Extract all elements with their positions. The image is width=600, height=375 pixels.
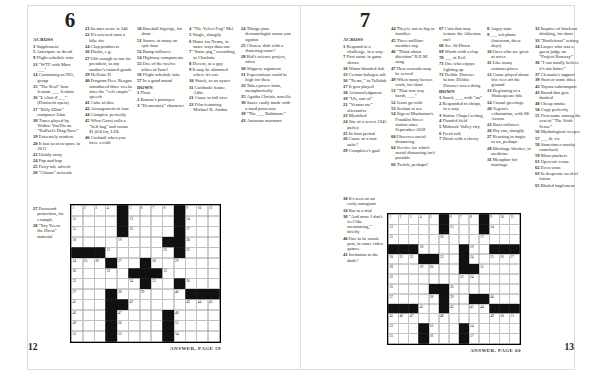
cell-number: 17 [186,227,190,231]
cell-number: 38 [118,290,122,294]
page-gutter [300,5,301,369]
clue-number: 9 [487,32,490,37]
white-cell [94,226,105,236]
clue: 23 Film featuring Michael B. Jordan [189,101,237,112]
white-cell [439,324,449,334]
white-cell [509,334,519,344]
clue: 22 Untidy array [33,151,81,156]
white-cell [83,279,94,289]
clue: 16 “To me,” to Tallulah [343,78,387,83]
black-cell [419,334,429,344]
cell-number: 40 [490,294,494,298]
white-cell [197,310,208,320]
clue-column: 32 Inspirer of blackout drinking, for sh… [535,26,581,188]
white-cell [83,331,94,341]
white-cell [151,247,162,257]
clue-number: 57 [137,78,143,83]
white-cell [140,226,151,236]
white-cell: 13 [449,224,459,234]
white-cell [409,234,419,244]
clue-number: 33 [241,83,247,88]
white-cell: 27 [117,258,128,268]
black-cell [72,247,83,257]
clue-column: 50 Baseball bigwigs, for short51 Source … [137,26,185,108]
clue: 60 Observes social distancing [391,133,435,144]
black-cell [163,321,174,331]
white-cell [429,224,439,234]
clue-number: 56 [535,129,541,134]
cell-number: 31 [107,269,111,273]
clue-number: 13 [33,61,39,66]
white-cell [419,274,429,284]
black-cell [459,254,469,264]
clue: 36 Sauce easily made with a food process… [241,100,291,111]
white-cell [83,216,94,226]
clue: 46 Cocktail when you have a cold [85,135,133,146]
clue-number: 62 [535,165,541,170]
cell-number: 15 [390,235,394,239]
cell-number: 19 [470,245,474,249]
clue: 13 Certain halogen salt [343,72,387,77]
black-cell [140,268,151,278]
cell-number: 4 [420,215,422,219]
white-cell [409,284,419,294]
clue-column: 44 They're not as big as families45 Thre… [391,26,435,167]
clue-number: 55 [535,113,541,118]
clue: 61 Open-air venue [535,159,581,164]
clue-number: 17 [33,106,39,111]
clue: 51 Source of many an epic bass [137,37,185,48]
white-cell [449,234,459,244]
clue: 39 Start of some titles [535,77,581,82]
black-cell [117,216,128,226]
black-cell [439,304,449,314]
clue-number: 7 [439,136,442,141]
clue-number: 38 [343,213,349,218]
clue-number: 70 [439,55,445,60]
white-cell: 49 [72,321,83,331]
clue: 33 Takes power from, metaphorically [241,83,291,94]
white-cell [409,274,419,284]
white-cell: 16 [439,234,449,244]
black-cell [106,331,117,341]
cell-number: 50 [118,321,122,325]
cell-number: 46 [400,314,404,318]
clue: 35 Agatha Christie novella [241,94,291,99]
clue: 56 Mythological weeper [535,129,581,134]
clue: 21 Its max score is 340 [85,26,133,31]
white-cell: 22 [409,254,419,264]
clue: 25 Fairy-tale adverb [33,164,81,169]
clue-number: 48 [535,101,541,106]
white-cell: 5 [128,206,139,216]
black-cell [469,294,479,304]
white-cell [197,247,208,257]
white-cell: 25 [489,254,499,264]
clue: 9 ___ telephone (intercom, these days) [487,32,531,48]
white-cell [94,216,105,226]
clue-number: 1 [137,90,140,95]
white-cell [106,226,117,236]
clue: 22 Buzz follower [487,122,531,127]
cell-number: 3 [410,215,412,219]
clue: 67 Coin that may feature the Athenian ow… [439,26,483,42]
cell-number: 26 [95,258,99,262]
clue-number: 52 [391,99,397,104]
clue-number: 12 [487,71,493,76]
clue: 40 Program Pres. Reagan introduced three… [85,78,133,99]
clue-number: 26 [343,136,349,141]
clue-number: 36 [241,100,247,105]
clue-number: 39 [241,111,247,116]
clue-number: 11 [487,60,493,65]
clue-number: 26 [33,170,39,175]
clue: 10 Warm-blooded fish [343,66,387,71]
clue-number: 7 [343,54,346,59]
cell-number: 29 [175,258,179,262]
black-cell [106,321,117,331]
white-cell [479,314,489,324]
clue-number: 41 [343,252,349,257]
white-cell: 18 [72,237,83,247]
white-cell [399,234,409,244]
white-cell [163,226,174,236]
clue-number: 60 [391,133,397,138]
clue: 13 Beginning of a Shakespeare title [487,88,531,99]
clue-number: 54 [391,111,397,116]
clue: 1 Floor [137,90,185,95]
white-cell [128,331,139,341]
white-cell: 49 [489,314,499,324]
clue: 72 Debbie Downer before Debbie Downer wa… [439,72,483,88]
white-cell [449,324,459,334]
white-cell [83,289,94,299]
cell-number: 37 [73,290,77,294]
white-cell [208,258,219,268]
clue-number: 16 [343,78,349,83]
clue: 20 Vegeta's exhortation, with 68-Across [487,105,531,121]
cell-number: 36 [450,284,454,288]
clue-number: 66 [391,161,397,166]
clue: 18 Acknowledgment [343,90,387,95]
white-cell [449,254,459,264]
clue: 6 Home for Nemo, in more ways than one [189,38,237,49]
clue-number: 39 [535,77,541,82]
clue-number: 28 [487,145,493,150]
white-cell [163,258,174,268]
clue: 11 Like many contraceptives [487,60,531,71]
cell-number: 55 [390,334,394,338]
cell-number: 7 [152,206,154,210]
cell-number: 28 [390,265,394,269]
clue-number: 21 [189,95,195,100]
white-cell: 33 [72,279,83,289]
clue: 71 One who enjoys lighting up [439,61,483,72]
white-cell: 37 [389,294,399,304]
cell-number: 38 [430,294,434,298]
clue: 29 Hellenic H [85,72,133,77]
white-cell [449,274,459,284]
white-cell [409,324,419,334]
white-cell: 23 [185,247,196,257]
black-cell [479,215,489,225]
white-cell [479,324,489,334]
clue-number: 14 [487,99,493,104]
cell-number: 11 [209,206,212,210]
clue: 42 Arrangement of four [85,106,133,111]
clue: 62 Even score [535,165,581,170]
clue: 34 Larper who was a guest judge on “Proj… [535,43,581,59]
clue-number: 37 [535,71,541,76]
clue: 40 One to be snuck past, in some video g… [343,235,385,251]
clue-number: 51 [391,88,397,93]
clue-number: 27 [487,134,493,139]
clue: 49 When many heroes work, for short [391,77,435,88]
clue-number: 26 [487,128,493,133]
cell-number: 53 [118,332,122,336]
black-cell [106,258,117,268]
clue-number: 58 [535,141,541,146]
white-cell: 7 [151,206,162,216]
clue-number: 25 [343,130,349,135]
clue-column: 4 “The Velvet Fog” Mel5 Single, slangily… [189,26,237,113]
clue: 50 Copy perfectly [535,107,581,112]
white-cell [140,237,151,247]
white-cell: 34 [128,279,139,289]
white-cell: 53 [429,324,439,334]
clue: 26 Ducks, e.g. [85,49,133,54]
cell-number: 52 [390,324,394,328]
black-cell [163,310,174,320]
white-cell [479,334,489,344]
clue: 52 Jeans go-with [391,99,435,104]
white-cell: 40 [489,294,499,304]
clue-number: 21 [343,102,349,107]
clue-number: 11 [189,84,195,89]
black-cell [479,224,489,234]
clue-number: 8 [487,26,490,31]
white-cell [439,264,449,274]
cell-number: 18 [73,237,77,241]
white-cell [409,294,419,304]
white-cell [449,244,459,254]
white-cell: 1 [72,206,83,216]
cell-number: 34 [470,275,474,279]
white-cell [151,331,162,341]
clue-number: 9 [33,55,36,60]
white-cell: 24 [72,258,83,268]
clue: 43 Brand that gets dunked [535,89,581,100]
white-cell [128,289,139,299]
white-cell [94,268,105,278]
white-cell [83,300,94,310]
black-cell [459,324,469,334]
clue-number: 18 [343,90,349,95]
white-cell [469,284,479,294]
white-cell [489,264,499,274]
cell-number: 17 [480,235,484,239]
black-cell [499,244,509,254]
clue: 31 Expectations could be high for these [241,71,291,82]
white-cell: 4 [106,206,117,216]
cell-number: 54 [175,332,179,336]
black-cell [174,279,185,289]
clue-number: 22 [85,32,91,37]
clue-number: 30 [241,65,247,70]
clue-number: 72 [439,72,445,77]
clue-column: 24 Things your dermatologist warns you a… [241,26,291,123]
clue: 45 Three-million-member org. [391,37,435,48]
cell-number: 2 [84,206,86,210]
clue: 13 “WTF with Marc ___” [33,61,81,72]
clue-number: 64 [391,144,397,149]
white-cell [197,216,208,226]
white-cell: 24 [469,254,479,264]
cell-number: 22 [164,248,168,252]
white-cell [459,224,469,234]
clue-number: 14 [33,72,39,77]
white-cell [419,234,429,244]
clue: 23 Mystified [343,113,387,118]
white-cell [151,226,162,236]
white-cell [106,279,117,289]
clue-number: 36 [535,60,541,65]
white-cell [163,279,174,289]
white-cell [459,234,469,244]
clue-number: 45 [391,37,397,42]
clue: 19 “Uh, sort of” [343,96,387,101]
clue: 9 It may be skimmed where it's cut [189,67,237,78]
white-cell: 27 [509,254,519,264]
clue: 50 Baseball bigwigs, for short [137,26,185,37]
cell-number: 9 [490,215,492,219]
clue-number: 15 [33,84,39,89]
white-cell: 6 [449,215,459,225]
white-cell [489,284,499,294]
cell-number: 4 [107,206,109,210]
black-cell [389,244,399,254]
white-cell [429,244,439,254]
white-cell: 10 [197,206,208,216]
cell-number: 54 [470,324,474,328]
white-cell: 7 [459,215,469,225]
cell-number: 41 [73,300,77,304]
white-cell [489,234,499,244]
white-cell: 32 [389,274,399,284]
clue: 39 “The ___ Baltimore” [241,111,291,116]
clue-number: 1 [33,43,36,48]
white-cell: 55 [389,334,399,344]
black-cell [106,300,117,310]
white-cell [197,279,208,289]
clue-number: 24 [241,26,247,31]
clue: 15 “The Real” host Jeannie ___ Jenkins [33,84,81,95]
white-cell: 38 [429,294,439,304]
white-cell [140,216,151,226]
white-cell [509,284,519,294]
clue-number: 34 [535,43,541,48]
clue-number: 10 [343,66,349,71]
white-cell [128,247,139,257]
clue: 44 Complete perfectly [85,112,133,117]
white-cell: 43 [469,304,479,314]
clue: 11 Cardinals' home: Abbr. [189,84,237,95]
black-cell [106,310,117,320]
black-cell [163,331,174,341]
white-cell: 48 [439,314,449,324]
black-cell [409,244,419,254]
clue: 54 Sign at Manhattan's Franklin Street s… [391,111,435,132]
white-cell: 12 [389,224,399,234]
white-cell [419,284,429,294]
white-cell [197,268,208,278]
white-cell: 42 [128,300,139,310]
clue: 53 Sealant at sea [391,105,435,110]
clue-number: 47 [391,65,397,70]
white-cell: 31 [106,268,117,278]
white-cell: 11 [509,215,519,225]
white-cell: 26 [499,254,509,264]
white-cell: 39 [140,289,151,299]
clue: 6 Fresh talk [439,130,483,135]
white-cell: 51 [174,321,185,331]
black-cell [185,289,196,299]
white-cell: 44 [479,304,489,314]
white-cell [499,224,509,234]
clue-number: 46 [85,135,91,140]
black-cell [174,216,185,226]
clue-number: 28 [241,54,247,59]
white-cell: 22 [163,247,174,257]
black-cell [117,226,128,236]
cell-number: 11 [510,215,513,219]
cell-number: 28 [152,258,156,262]
white-cell [399,264,409,274]
clue-list-header: ACROSS [343,37,387,42]
clue-number: 22 [487,122,493,127]
cell-number: 14 [186,216,190,220]
clue: 68 See 20-Down [439,43,483,48]
cell-number: 47 [410,314,414,318]
white-cell: 10 [499,215,509,225]
clue-number: 44 [391,26,397,31]
white-cell [419,224,429,234]
clue-number: 7 [189,49,192,54]
clue: 7 “Some pig,” according to Charlotte [189,49,237,60]
white-cell [174,268,185,278]
white-cell [208,321,219,331]
cell-number: 51 [175,321,179,325]
white-cell [429,234,439,244]
white-cell: 43 [185,300,196,310]
white-cell [208,216,219,226]
clue-number: 23 [189,101,195,106]
clue-number: 30 [343,196,349,201]
white-cell [399,294,409,304]
clue-number: 26 [85,49,91,54]
clue-number: 1 [343,43,346,48]
cell-number: 39 [450,294,454,298]
black-cell [140,279,151,289]
white-cell: 39 [449,294,459,304]
white-cell [94,289,105,299]
white-cell [509,274,519,284]
clue-number: 6 [439,130,442,135]
cell-number: 42 [129,300,133,304]
clue: 24 Clop producers [85,43,133,48]
clue: 19 Extremely modern [33,134,81,139]
white-cell: 36 [449,284,459,294]
